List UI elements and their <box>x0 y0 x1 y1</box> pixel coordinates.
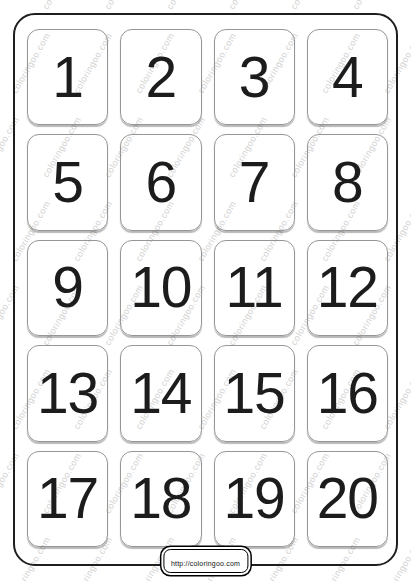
number-grid: 1 2 3 4 5 6 7 8 9 10 11 12 13 14 15 16 1… <box>27 29 388 547</box>
number-card: 11 <box>214 240 295 336</box>
card-number: 7 <box>239 154 270 211</box>
flashcard-sheet-frame: 1 2 3 4 5 6 7 8 9 10 11 12 13 14 15 16 1… <box>13 13 398 566</box>
card-number: 1 <box>52 49 83 106</box>
card-number: 2 <box>146 49 177 106</box>
number-card: 1 <box>27 29 108 125</box>
card-number: 9 <box>52 259 83 316</box>
card-number: 4 <box>332 49 363 106</box>
number-card: 15 <box>214 345 295 441</box>
card-number: 5 <box>52 154 83 211</box>
number-card: 6 <box>120 134 201 230</box>
card-number: 20 <box>317 470 378 527</box>
number-card: 2 <box>120 29 201 125</box>
number-card: 9 <box>27 240 108 336</box>
card-number: 13 <box>37 365 98 422</box>
number-card: 4 <box>307 29 388 125</box>
card-number: 12 <box>317 259 378 316</box>
source-url-badge: http://coloringoo.com <box>163 549 248 573</box>
number-card: 18 <box>120 451 201 547</box>
number-card: 8 <box>307 134 388 230</box>
number-card: 3 <box>214 29 295 125</box>
number-card: 12 <box>307 240 388 336</box>
number-card: 19 <box>214 451 295 547</box>
card-number: 17 <box>37 470 98 527</box>
card-number: 19 <box>223 470 284 527</box>
number-card: 16 <box>307 345 388 441</box>
source-url-text: http://coloringoo.com <box>171 560 240 567</box>
card-number: 15 <box>223 365 284 422</box>
number-card: 13 <box>27 345 108 441</box>
number-card: 10 <box>120 240 201 336</box>
number-card: 17 <box>27 451 108 547</box>
card-number: 18 <box>130 470 191 527</box>
card-number: 8 <box>332 154 363 211</box>
card-number: 14 <box>130 365 191 422</box>
card-number: 3 <box>239 49 270 106</box>
worksheet-page: coloringoo.comcoloringoo.comcoloringoo.c… <box>0 0 411 581</box>
number-card: 20 <box>307 451 388 547</box>
number-card: 14 <box>120 345 201 441</box>
card-number: 16 <box>317 365 378 422</box>
card-number: 6 <box>146 154 177 211</box>
card-number: 11 <box>226 259 283 316</box>
card-number: 10 <box>130 259 191 316</box>
number-card: 5 <box>27 134 108 230</box>
number-card: 7 <box>214 134 295 230</box>
